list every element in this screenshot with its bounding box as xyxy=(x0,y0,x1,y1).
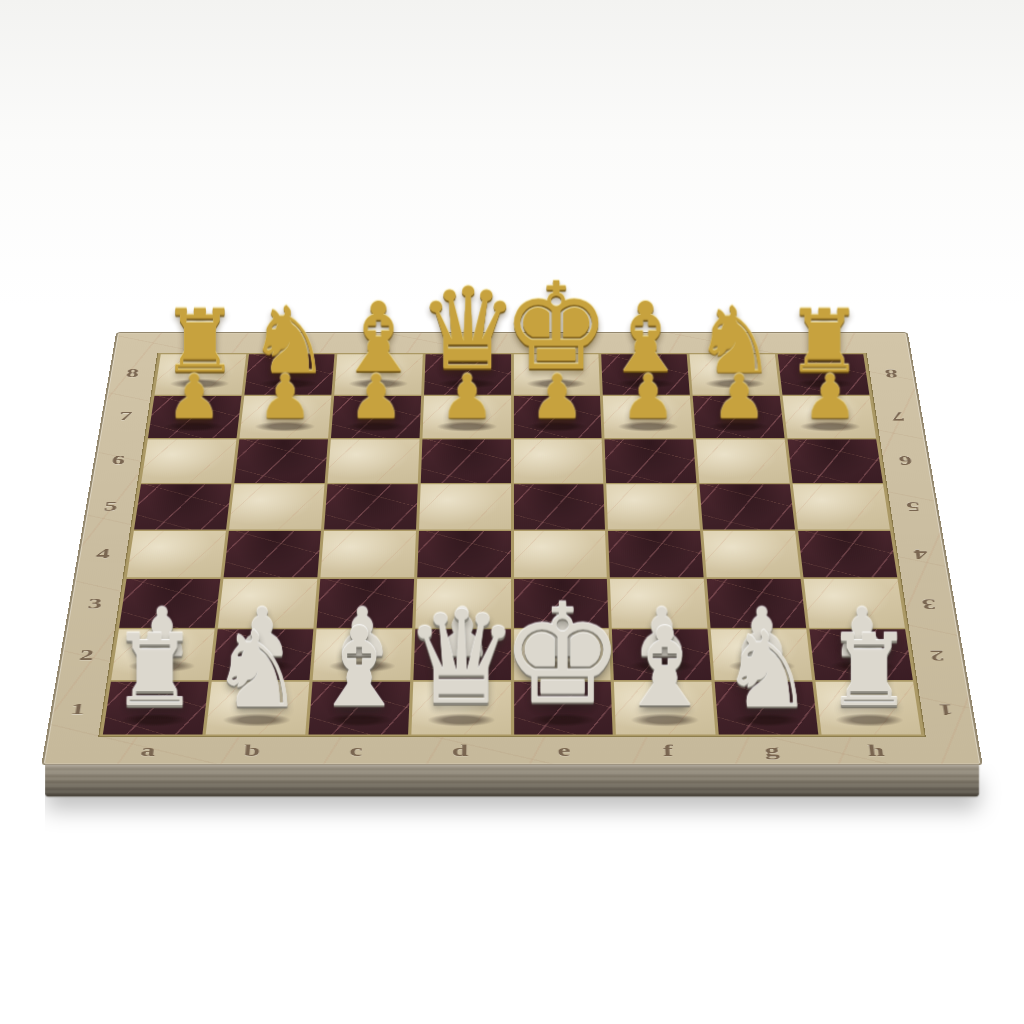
square-d4[interactable] xyxy=(417,531,511,578)
piece-silver-rook-h1[interactable]: ♜ xyxy=(825,627,914,718)
square-a6[interactable] xyxy=(141,439,236,482)
square-h6[interactable] xyxy=(788,439,883,482)
file-label-c: c xyxy=(349,741,363,759)
rank-label-left-3: 3 xyxy=(87,596,104,612)
rank-label-left-6: 6 xyxy=(111,453,127,468)
piece-gold-pawn-e7[interactable]: ♟ xyxy=(530,369,585,425)
square-e7[interactable]: ♟ xyxy=(513,396,601,438)
square-b1[interactable]: ♞ xyxy=(206,682,310,735)
board-scene: ♜♞♝♛♚♝♞♜♟♟♟♟♟♟♟♟♟♟♟♟♟♟♟♟♜♞♝♛♚♝♞♜ abcdefg… xyxy=(82,100,942,960)
square-d5[interactable] xyxy=(419,484,511,529)
piece-gold-pawn-f7[interactable]: ♟ xyxy=(621,369,676,425)
file-labels-bottom: abcdefgh xyxy=(94,737,930,764)
piece-gold-pawn-g7[interactable]: ♟ xyxy=(712,369,767,425)
square-c7[interactable]: ♟ xyxy=(331,396,421,438)
square-g4[interactable] xyxy=(703,531,800,578)
file-label-b: b xyxy=(243,741,261,759)
piece-gold-pawn-c7[interactable]: ♟ xyxy=(348,369,403,425)
square-c4[interactable] xyxy=(320,531,415,578)
rank-label-left-2: 2 xyxy=(78,647,95,664)
square-a4[interactable] xyxy=(127,531,226,578)
rank-label-left-8: 8 xyxy=(125,367,140,381)
square-f4[interactable] xyxy=(608,531,703,578)
square-b4[interactable] xyxy=(223,531,320,578)
piece-silver-rook-a1[interactable]: ♜ xyxy=(110,627,199,718)
piece-silver-knight-g1[interactable]: ♞ xyxy=(720,621,815,718)
square-h5[interactable] xyxy=(793,484,890,529)
rank-label-right-7: 7 xyxy=(891,409,906,423)
square-a1[interactable]: ♜ xyxy=(103,682,209,735)
piece-silver-bishop-c1[interactable]: ♝ xyxy=(310,617,408,718)
square-b7[interactable]: ♟ xyxy=(239,396,331,438)
square-a5[interactable] xyxy=(134,484,231,529)
piece-gold-pawn-a7[interactable]: ♟ xyxy=(167,369,222,425)
square-h4[interactable] xyxy=(798,531,897,578)
rank-label-right-6: 6 xyxy=(898,453,914,468)
square-c6[interactable] xyxy=(327,439,419,482)
square-f5[interactable] xyxy=(607,484,701,529)
square-g1[interactable]: ♞ xyxy=(715,682,819,735)
piece-silver-queen-d1[interactable]: ♛ xyxy=(403,600,519,719)
rank-label-left-5: 5 xyxy=(103,499,119,514)
square-b5[interactable] xyxy=(229,484,324,529)
photo-background: ♜♞♝♛♚♝♞♜♟♟♟♟♟♟♟♟♟♟♟♟♟♟♟♟♜♞♝♛♚♝♞♜ abcdefg… xyxy=(0,0,1024,1024)
square-g6[interactable] xyxy=(696,439,789,482)
square-f1[interactable]: ♝ xyxy=(614,682,715,735)
square-c1[interactable]: ♝ xyxy=(308,682,409,735)
piece-silver-knight-b1[interactable]: ♞ xyxy=(210,621,305,718)
square-d7[interactable]: ♟ xyxy=(422,396,510,438)
rank-label-right-1: 1 xyxy=(938,700,955,718)
square-g5[interactable] xyxy=(700,484,795,529)
piece-gold-pawn-h7[interactable]: ♟ xyxy=(803,369,858,425)
rank-label-right-4: 4 xyxy=(913,546,929,562)
rank-label-left-4: 4 xyxy=(95,546,111,562)
square-f6[interactable] xyxy=(605,439,697,482)
board-wooden-edge xyxy=(45,764,980,797)
file-label-a: a xyxy=(139,741,156,759)
file-label-g: g xyxy=(764,741,780,759)
square-d6[interactable] xyxy=(420,439,510,482)
file-label-f: f xyxy=(663,741,674,759)
square-e6[interactable] xyxy=(513,439,603,482)
square-e4[interactable] xyxy=(514,531,608,578)
piece-silver-bishop-f1[interactable]: ♝ xyxy=(616,617,714,718)
square-e5[interactable] xyxy=(513,484,605,529)
square-h7[interactable]: ♟ xyxy=(783,396,876,438)
file-label-h: h xyxy=(867,741,886,759)
rank-label-right-2: 2 xyxy=(929,647,946,664)
board-squares: ♜♞♝♛♚♝♞♜♟♟♟♟♟♟♟♟♟♟♟♟♟♟♟♟♜♞♝♛♚♝♞♜ xyxy=(98,353,926,737)
square-c5[interactable] xyxy=(324,484,418,529)
square-d1[interactable]: ♛ xyxy=(411,682,510,735)
rank-label-left-1: 1 xyxy=(69,700,86,718)
rank-label-right-5: 5 xyxy=(905,499,921,514)
square-e1[interactable]: ♚ xyxy=(514,682,613,735)
file-label-d: d xyxy=(452,741,469,759)
rank-label-right-8: 8 xyxy=(884,367,899,381)
square-a7[interactable]: ♟ xyxy=(148,396,241,438)
square-f7[interactable]: ♟ xyxy=(603,396,693,438)
piece-silver-king-e1[interactable]: ♚ xyxy=(501,592,624,719)
rank-label-right-3: 3 xyxy=(921,596,938,612)
chess-board: ♜♞♝♛♚♝♞♜♟♟♟♟♟♟♟♟♟♟♟♟♟♟♟♟♜♞♝♛♚♝♞♜ abcdefg… xyxy=(41,332,983,765)
square-g7[interactable]: ♟ xyxy=(693,396,785,438)
piece-gold-pawn-d7[interactable]: ♟ xyxy=(439,369,494,425)
square-h1[interactable]: ♜ xyxy=(816,682,922,735)
file-label-e: e xyxy=(557,741,570,759)
piece-gold-pawn-b7[interactable]: ♟ xyxy=(257,369,312,425)
square-b6[interactable] xyxy=(234,439,327,482)
rank-label-left-7: 7 xyxy=(118,409,133,423)
